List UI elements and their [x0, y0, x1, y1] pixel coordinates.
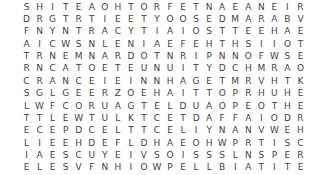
grid-cell-r12c21[interactable]: S	[281, 137, 294, 149]
grid-cell-r10c10[interactable]: T	[137, 112, 150, 124]
grid-cell-r1c15[interactable]: N	[203, 1, 216, 13]
grid-cell-r5c4[interactable]: E	[59, 50, 72, 62]
grid-cell-r2c8[interactable]: E	[111, 13, 124, 25]
grid-cell-r6c2[interactable]: N	[33, 63, 46, 75]
grid-cell-r9c11[interactable]: E	[150, 100, 163, 112]
grid-cell-r8c14[interactable]: T	[190, 87, 203, 99]
grid-cell-r7c22[interactable]: K	[294, 75, 307, 87]
grid-cell-r1c1[interactable]: S	[20, 1, 33, 13]
grid-cell-r13c16[interactable]: S	[216, 149, 229, 161]
grid-cell-r13c21[interactable]: E	[281, 149, 294, 161]
grid-cell-r4c9[interactable]: N	[124, 38, 137, 50]
grid-cell-r3c5[interactable]: T	[72, 26, 85, 38]
grid-cell-r13c20[interactable]: P	[268, 149, 281, 161]
grid-cell-r10c20[interactable]: O	[268, 112, 281, 124]
grid-cell-r9c16[interactable]: O	[216, 100, 229, 112]
grid-cell-r12c1[interactable]: L	[20, 137, 33, 149]
grid-cell-r1c11[interactable]: R	[150, 1, 163, 13]
grid-cell-r2c6[interactable]: T	[85, 13, 98, 25]
grid-cell-r6c22[interactable]: O	[294, 63, 307, 75]
grid-cell-r4c2[interactable]: I	[33, 38, 46, 50]
grid-cell-r1c2[interactable]: H	[33, 1, 46, 13]
grid-cell-r6c15[interactable]: Y	[203, 63, 216, 75]
grid-cell-r9c20[interactable]: T	[268, 100, 281, 112]
grid-cell-r11c6[interactable]: C	[85, 125, 98, 137]
grid-cell-r9c14[interactable]: U	[190, 100, 203, 112]
grid-cell-r9c13[interactable]: D	[177, 100, 190, 112]
grid-cell-r8c7[interactable]: R	[98, 87, 111, 99]
grid-cell-r5c11[interactable]: T	[150, 50, 163, 62]
grid-cell-r14c1[interactable]: E	[20, 162, 33, 174]
grid-cell-r12c18[interactable]: R	[242, 137, 255, 149]
grid-cell-r8c3[interactable]: L	[46, 87, 59, 99]
grid-cell-r8c4[interactable]: G	[59, 87, 72, 99]
grid-cell-r2c16[interactable]: D	[216, 13, 229, 25]
grid-cell-r7c13[interactable]: A	[177, 75, 190, 87]
grid-cell-r4c7[interactable]: L	[98, 38, 111, 50]
grid-cell-r11c3[interactable]: E	[46, 125, 59, 137]
grid-cell-r8c22[interactable]: E	[294, 87, 307, 99]
grid-cell-r1c22[interactable]: R	[294, 1, 307, 13]
grid-cell-r14c4[interactable]: S	[59, 162, 72, 174]
grid-cell-r13c15[interactable]: S	[203, 149, 216, 161]
grid-cell-r6c16[interactable]: D	[216, 63, 229, 75]
grid-cell-r9c5[interactable]: O	[72, 100, 85, 112]
grid-cell-r5c7[interactable]: A	[98, 50, 111, 62]
grid-cell-r2c2[interactable]: R	[33, 13, 46, 25]
grid-cell-r3c7[interactable]: A	[98, 26, 111, 38]
grid-cell-r6c21[interactable]: A	[281, 63, 294, 75]
grid-cell-r8c17[interactable]: P	[229, 87, 242, 99]
grid-cell-r12c7[interactable]: E	[98, 137, 111, 149]
grid-cell-r2c11[interactable]: Y	[150, 13, 163, 25]
grid-cell-r3c8[interactable]: C	[111, 26, 124, 38]
grid-cell-r5c14[interactable]: I	[190, 50, 203, 62]
grid-cell-r8c19[interactable]: H	[255, 87, 268, 99]
grid-cell-r4c17[interactable]: H	[229, 38, 242, 50]
grid-cell-r13c17[interactable]: L	[229, 149, 242, 161]
grid-cell-r1c7[interactable]: O	[98, 1, 111, 13]
grid-cell-r7c17[interactable]: M	[229, 75, 242, 87]
grid-cell-r6c6[interactable]: O	[85, 63, 98, 75]
grid-cell-r4c4[interactable]: W	[59, 38, 72, 50]
grid-cell-r2c20[interactable]: A	[268, 13, 281, 25]
grid-cell-r7c9[interactable]: I	[124, 75, 137, 87]
grid-cell-r13c1[interactable]: I	[20, 149, 33, 161]
grid-cell-r5c6[interactable]: N	[85, 50, 98, 62]
grid-cell-r3c16[interactable]: T	[216, 26, 229, 38]
grid-cell-r10c17[interactable]: F	[229, 112, 242, 124]
grid-cell-r3c19[interactable]: E	[255, 26, 268, 38]
grid-cell-r3c2[interactable]: N	[33, 26, 46, 38]
grid-cell-r2c15[interactable]: E	[203, 13, 216, 25]
grid-cell-r8c16[interactable]: O	[216, 87, 229, 99]
grid-cell-r2c9[interactable]: E	[124, 13, 137, 25]
grid-cell-r4c12[interactable]: E	[164, 38, 177, 50]
grid-cell-r2c1[interactable]: D	[20, 13, 33, 25]
grid-cell-r12c19[interactable]: T	[255, 137, 268, 149]
grid-cell-r12c12[interactable]: A	[164, 137, 177, 149]
grid-cell-r10c21[interactable]: D	[281, 112, 294, 124]
grid-cell-r12c15[interactable]: H	[203, 137, 216, 149]
grid-cell-r14c14[interactable]: L	[190, 162, 203, 174]
grid-cell-r12c10[interactable]: D	[137, 137, 150, 149]
grid-cell-r14c9[interactable]: I	[124, 162, 137, 174]
grid-cell-r11c20[interactable]: W	[268, 125, 281, 137]
grid-cell-r2c14[interactable]: S	[190, 13, 203, 25]
grid-cell-r4c19[interactable]: I	[255, 38, 268, 50]
grid-cell-r8c5[interactable]: E	[72, 87, 85, 99]
grid-cell-r3c20[interactable]: H	[268, 26, 281, 38]
grid-cell-r8c21[interactable]: H	[281, 87, 294, 99]
grid-cell-r5c9[interactable]: D	[124, 50, 137, 62]
grid-cell-r1c12[interactable]: F	[164, 1, 177, 13]
grid-cell-r1c14[interactable]: T	[190, 1, 203, 13]
grid-cell-r1c9[interactable]: T	[124, 1, 137, 13]
grid-cell-r12c2[interactable]: I	[33, 137, 46, 149]
grid-cell-r1c19[interactable]: N	[255, 1, 268, 13]
grid-cell-r5c20[interactable]: W	[268, 50, 281, 62]
grid-cell-r1c6[interactable]: A	[85, 1, 98, 13]
grid-cell-r9c1[interactable]: L	[20, 100, 33, 112]
grid-cell-r11c10[interactable]: T	[137, 125, 150, 137]
grid-cell-r4c10[interactable]: I	[137, 38, 150, 50]
grid-cell-r10c15[interactable]: A	[203, 112, 216, 124]
grid-cell-r3c22[interactable]: E	[294, 26, 307, 38]
grid-cell-r3c1[interactable]: F	[20, 26, 33, 38]
grid-cell-r6c9[interactable]: E	[124, 63, 137, 75]
grid-cell-r7c4[interactable]: N	[59, 75, 72, 87]
grid-cell-r6c3[interactable]: C	[46, 63, 59, 75]
grid-cell-r7c1[interactable]: C	[20, 75, 33, 87]
grid-cell-r10c11[interactable]: C	[150, 112, 163, 124]
grid-cell-r5c10[interactable]: O	[137, 50, 150, 62]
grid-cell-r10c16[interactable]: F	[216, 112, 229, 124]
grid-cell-r2c18[interactable]: A	[242, 13, 255, 25]
grid-cell-r6c17[interactable]: C	[229, 63, 242, 75]
grid-cell-r1c4[interactable]: T	[59, 1, 72, 13]
grid-cell-r8c11[interactable]: H	[150, 87, 163, 99]
grid-cell-r8c9[interactable]: O	[124, 87, 137, 99]
grid-cell-r13c13[interactable]: I	[177, 149, 190, 161]
grid-cell-r11c14[interactable]: I	[190, 125, 203, 137]
grid-cell-r10c6[interactable]: T	[85, 112, 98, 124]
grid-cell-r14c2[interactable]: L	[33, 162, 46, 174]
grid-cell-r4c20[interactable]: I	[268, 38, 281, 50]
grid-cell-r11c11[interactable]: C	[150, 125, 163, 137]
grid-cell-r3c21[interactable]: A	[281, 26, 294, 38]
grid-cell-r4c13[interactable]: F	[177, 38, 190, 50]
grid-cell-r5c13[interactable]: R	[177, 50, 190, 62]
grid-cell-r7c14[interactable]: G	[190, 75, 203, 87]
grid-cell-r7c3[interactable]: A	[46, 75, 59, 87]
grid-cell-r8c1[interactable]: S	[20, 87, 33, 99]
grid-cell-r2c3[interactable]: G	[46, 13, 59, 25]
grid-cell-r14c10[interactable]: O	[137, 162, 150, 174]
grid-cell-r1c17[interactable]: E	[229, 1, 242, 13]
grid-cell-r7c12[interactable]: H	[164, 75, 177, 87]
grid-cell-r7c2[interactable]: R	[33, 75, 46, 87]
grid-cell-r12c14[interactable]: O	[190, 137, 203, 149]
grid-cell-r10c22[interactable]: R	[294, 112, 307, 124]
grid-cell-r11c4[interactable]: P	[59, 125, 72, 137]
grid-cell-r13c22[interactable]: R	[294, 149, 307, 161]
grid-cell-r4c8[interactable]: E	[111, 38, 124, 50]
grid-cell-r10c8[interactable]: L	[111, 112, 124, 124]
grid-cell-r10c14[interactable]: D	[190, 112, 203, 124]
grid-cell-r11c2[interactable]: C	[33, 125, 46, 137]
grid-cell-r3c11[interactable]: I	[150, 26, 163, 38]
grid-cell-r9c3[interactable]: F	[46, 100, 59, 112]
grid-cell-r14c12[interactable]: P	[164, 162, 177, 174]
grid-cell-r9c4[interactable]: C	[59, 100, 72, 112]
grid-cell-r13c4[interactable]: S	[59, 149, 72, 161]
grid-cell-r4c14[interactable]: E	[190, 38, 203, 50]
grid-cell-r6c14[interactable]: T	[190, 63, 203, 75]
grid-cell-r9c19[interactable]: O	[255, 100, 268, 112]
grid-cell-r6c13[interactable]: I	[177, 63, 190, 75]
grid-cell-r5c5[interactable]: M	[72, 50, 85, 62]
grid-cell-r6c7[interactable]: E	[98, 63, 111, 75]
grid-cell-r13c11[interactable]: S	[150, 149, 163, 161]
grid-cell-r2c19[interactable]: R	[255, 13, 268, 25]
grid-cell-r1c20[interactable]: E	[268, 1, 281, 13]
grid-cell-r5c1[interactable]: T	[20, 50, 33, 62]
grid-cell-r5c2[interactable]: R	[33, 50, 46, 62]
grid-cell-r13c9[interactable]: I	[124, 149, 137, 161]
grid-cell-r13c2[interactable]: A	[33, 149, 46, 161]
grid-cell-r8c18[interactable]: R	[242, 87, 255, 99]
grid-cell-r11c12[interactable]: E	[164, 125, 177, 137]
grid-cell-r6c19[interactable]: M	[255, 63, 268, 75]
grid-cell-r4c5[interactable]: S	[72, 38, 85, 50]
grid-cell-r3c4[interactable]: N	[59, 26, 72, 38]
grid-cell-r6c12[interactable]: U	[164, 63, 177, 75]
grid-cell-r9c8[interactable]: A	[111, 100, 124, 112]
grid-cell-r10c19[interactable]: I	[255, 112, 268, 124]
grid-cell-r12c17[interactable]: P	[229, 137, 242, 149]
grid-cell-r1c13[interactable]: E	[177, 1, 190, 13]
grid-cell-r7c15[interactable]: E	[203, 75, 216, 87]
grid-cell-r14c20[interactable]: I	[268, 162, 281, 174]
grid-cell-r6c4[interactable]: A	[59, 63, 72, 75]
grid-cell-r7c16[interactable]: T	[216, 75, 229, 87]
grid-cell-r11c9[interactable]: T	[124, 125, 137, 137]
grid-cell-r4c22[interactable]: T	[294, 38, 307, 50]
grid-cell-r1c8[interactable]: H	[111, 1, 124, 13]
grid-cell-r14c8[interactable]: H	[111, 162, 124, 174]
grid-cell-r5c12[interactable]: N	[164, 50, 177, 62]
grid-cell-r2c22[interactable]: V	[294, 13, 307, 25]
grid-cell-r10c7[interactable]: U	[98, 112, 111, 124]
grid-cell-r2c4[interactable]: T	[59, 13, 72, 25]
grid-cell-r2c7[interactable]: I	[98, 13, 111, 25]
grid-cell-r1c21[interactable]: I	[281, 1, 294, 13]
grid-cell-r14c16[interactable]: B	[216, 162, 229, 174]
grid-cell-r7c6[interactable]: E	[85, 75, 98, 87]
grid-cell-r13c14[interactable]: S	[190, 149, 203, 161]
grid-cell-r8c6[interactable]: E	[85, 87, 98, 99]
grid-cell-r2c12[interactable]: O	[164, 13, 177, 25]
grid-cell-r8c8[interactable]: Z	[111, 87, 124, 99]
grid-cell-r9c22[interactable]: E	[294, 100, 307, 112]
grid-cell-r9c15[interactable]: A	[203, 100, 216, 112]
grid-cell-r7c7[interactable]: I	[98, 75, 111, 87]
grid-cell-r4c21[interactable]: O	[281, 38, 294, 50]
grid-cell-r13c10[interactable]: V	[137, 149, 150, 161]
grid-cell-r11c17[interactable]: A	[229, 125, 242, 137]
grid-cell-r12c4[interactable]: E	[59, 137, 72, 149]
grid-cell-r14c22[interactable]: E	[294, 162, 307, 174]
grid-cell-r4c6[interactable]: N	[85, 38, 98, 50]
grid-cell-r6c8[interactable]: T	[111, 63, 124, 75]
grid-cell-r6c20[interactable]: R	[268, 63, 281, 75]
grid-cell-r8c13[interactable]: I	[177, 87, 190, 99]
grid-cell-r14c3[interactable]: E	[46, 162, 59, 174]
grid-cell-r9c17[interactable]: P	[229, 100, 242, 112]
grid-cell-r10c18[interactable]: A	[242, 112, 255, 124]
grid-cell-r2c5[interactable]: R	[72, 13, 85, 25]
grid-cell-r13c8[interactable]: E	[111, 149, 124, 161]
grid-cell-r6c10[interactable]: U	[137, 63, 150, 75]
grid-cell-r7c5[interactable]: C	[72, 75, 85, 87]
grid-cell-r8c15[interactable]: T	[203, 87, 216, 99]
grid-cell-r11c13[interactable]: L	[177, 125, 190, 137]
grid-cell-r9c18[interactable]: E	[242, 100, 255, 112]
grid-cell-r3c14[interactable]: O	[190, 26, 203, 38]
grid-cell-r10c4[interactable]: E	[59, 112, 72, 124]
grid-cell-r12c20[interactable]: I	[268, 137, 281, 149]
grid-cell-r10c5[interactable]: W	[72, 112, 85, 124]
grid-cell-r12c3[interactable]: E	[46, 137, 59, 149]
grid-cell-r2c10[interactable]: T	[137, 13, 150, 25]
grid-cell-r10c13[interactable]: T	[177, 112, 190, 124]
grid-cell-r11c21[interactable]: E	[281, 125, 294, 137]
grid-cell-r4c18[interactable]: S	[242, 38, 255, 50]
grid-cell-r11c19[interactable]: V	[255, 125, 268, 137]
grid-cell-r10c3[interactable]: L	[46, 112, 59, 124]
grid-cell-r13c7[interactable]: Y	[98, 149, 111, 161]
grid-cell-r4c15[interactable]: H	[203, 38, 216, 50]
grid-cell-r11c22[interactable]: H	[294, 125, 307, 137]
grid-cell-r6c5[interactable]: T	[72, 63, 85, 75]
grid-cell-r7c10[interactable]: N	[137, 75, 150, 87]
grid-cell-r11c5[interactable]: D	[72, 125, 85, 137]
grid-cell-r8c2[interactable]: G	[33, 87, 46, 99]
grid-cell-r5c17[interactable]: N	[229, 50, 242, 62]
grid-cell-r3c9[interactable]: Y	[124, 26, 137, 38]
grid-cell-r4c11[interactable]: A	[150, 38, 163, 50]
grid-cell-r3c12[interactable]: A	[164, 26, 177, 38]
grid-cell-r12c13[interactable]: E	[177, 137, 190, 149]
grid-cell-r5c8[interactable]: R	[111, 50, 124, 62]
grid-cell-r7c8[interactable]: E	[111, 75, 124, 87]
grid-cell-r11c15[interactable]: Y	[203, 125, 216, 137]
grid-cell-r9c12[interactable]: L	[164, 100, 177, 112]
grid-cell-r9c9[interactable]: G	[124, 100, 137, 112]
grid-cell-r10c12[interactable]: E	[164, 112, 177, 124]
grid-cell-r8c10[interactable]: E	[137, 87, 150, 99]
grid-cell-r3c6[interactable]: R	[85, 26, 98, 38]
grid-cell-r7c21[interactable]: T	[281, 75, 294, 87]
grid-cell-r14c6[interactable]: F	[85, 162, 98, 174]
grid-cell-r5c18[interactable]: O	[242, 50, 255, 62]
grid-cell-r5c19[interactable]: F	[255, 50, 268, 62]
grid-cell-r4c16[interactable]: T	[216, 38, 229, 50]
grid-cell-r2c21[interactable]: B	[281, 13, 294, 25]
grid-cell-r5c22[interactable]: E	[294, 50, 307, 62]
grid-cell-r8c20[interactable]: U	[268, 87, 281, 99]
grid-cell-r7c11[interactable]: N	[150, 75, 163, 87]
grid-cell-r12c6[interactable]: D	[85, 137, 98, 149]
grid-cell-r12c16[interactable]: W	[216, 137, 229, 149]
grid-cell-r7c18[interactable]: R	[242, 75, 255, 87]
grid-cell-r3c17[interactable]: T	[229, 26, 242, 38]
grid-cell-r12c11[interactable]: H	[150, 137, 163, 149]
grid-cell-r13c5[interactable]: C	[72, 149, 85, 161]
grid-cell-r7c20[interactable]: H	[268, 75, 281, 87]
grid-cell-r12c8[interactable]: F	[111, 137, 124, 149]
grid-cell-r1c10[interactable]: O	[137, 1, 150, 13]
grid-cell-r3c13[interactable]: I	[177, 26, 190, 38]
grid-cell-r5c15[interactable]: P	[203, 50, 216, 62]
grid-cell-r2c17[interactable]: M	[229, 13, 242, 25]
grid-cell-r13c6[interactable]: U	[85, 149, 98, 161]
grid-cell-r12c22[interactable]: C	[294, 137, 307, 149]
grid-cell-r5c3[interactable]: N	[46, 50, 59, 62]
grid-cell-r14c19[interactable]: T	[255, 162, 268, 174]
grid-cell-r3c10[interactable]: T	[137, 26, 150, 38]
grid-cell-r3c15[interactable]: S	[203, 26, 216, 38]
grid-cell-r9c7[interactable]: U	[98, 100, 111, 112]
grid-cell-r11c18[interactable]: N	[242, 125, 255, 137]
grid-cell-r13c19[interactable]: S	[255, 149, 268, 161]
grid-cell-r1c18[interactable]: A	[242, 1, 255, 13]
grid-cell-r14c17[interactable]: I	[229, 162, 242, 174]
grid-cell-r14c15[interactable]: L	[203, 162, 216, 174]
grid-cell-r5c21[interactable]: S	[281, 50, 294, 62]
grid-cell-r1c3[interactable]: I	[46, 1, 59, 13]
grid-cell-r4c3[interactable]: C	[46, 38, 59, 50]
grid-cell-r14c18[interactable]: A	[242, 162, 255, 174]
grid-cell-r9c10[interactable]: T	[137, 100, 150, 112]
grid-cell-r10c1[interactable]: T	[20, 112, 33, 124]
grid-cell-r6c1[interactable]: R	[20, 63, 33, 75]
grid-cell-r10c9[interactable]: K	[124, 112, 137, 124]
grid-cell-r6c11[interactable]: N	[150, 63, 163, 75]
grid-cell-r10c2[interactable]: T	[33, 112, 46, 124]
grid-cell-r12c9[interactable]: L	[124, 137, 137, 149]
grid-cell-r3c18[interactable]: E	[242, 26, 255, 38]
grid-cell-r11c1[interactable]: E	[20, 125, 33, 137]
grid-cell-r13c18[interactable]: N	[242, 149, 255, 161]
grid-cell-r14c21[interactable]: T	[281, 162, 294, 174]
grid-cell-r9c6[interactable]: R	[85, 100, 98, 112]
grid-cell-r13c3[interactable]: E	[46, 149, 59, 161]
grid-cell-r14c7[interactable]: N	[98, 162, 111, 174]
grid-cell-r11c8[interactable]: L	[111, 125, 124, 137]
grid-cell-r4c1[interactable]: A	[20, 38, 33, 50]
grid-cell-r5c16[interactable]: N	[216, 50, 229, 62]
grid-cell-r2c13[interactable]: O	[177, 13, 190, 25]
grid-cell-r9c21[interactable]: H	[281, 100, 294, 112]
grid-cell-r8c12[interactable]: A	[164, 87, 177, 99]
grid-cell-r13c12[interactable]: O	[164, 149, 177, 161]
grid-cell-r14c11[interactable]: W	[150, 162, 163, 174]
grid-cell-r14c13[interactable]: E	[177, 162, 190, 174]
grid-cell-r1c5[interactable]: E	[72, 1, 85, 13]
grid-cell-r11c7[interactable]: E	[98, 125, 111, 137]
